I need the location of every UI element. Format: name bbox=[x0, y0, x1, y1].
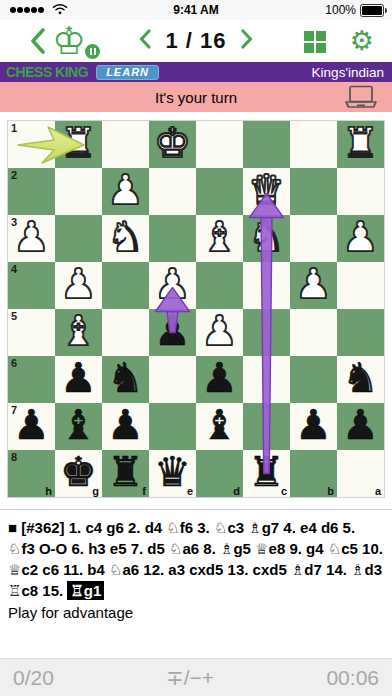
square-a1[interactable]: ♜ bbox=[337, 121, 384, 168]
square-h3[interactable]: 3♟ bbox=[8, 215, 55, 262]
piece-white-pawn[interactable]: ♟ bbox=[102, 167, 149, 214]
lessons-grid-button[interactable] bbox=[304, 31, 326, 53]
moves-block: ■ [#362] 1. c4 g6 2. d4 ♘f6 3. ♘c3 ♗g7 4… bbox=[8, 517, 384, 623]
square-a2[interactable] bbox=[337, 168, 384, 215]
square-b2[interactable] bbox=[290, 168, 337, 215]
square-h1[interactable]: 1 bbox=[8, 121, 55, 168]
rank-label-1: 1 bbox=[11, 122, 17, 134]
square-b3[interactable] bbox=[290, 215, 337, 262]
square-a5[interactable] bbox=[337, 309, 384, 356]
square-g7[interactable]: ♝ bbox=[55, 403, 102, 450]
square-f5[interactable] bbox=[102, 309, 149, 356]
square-g8[interactable]: g♚ bbox=[55, 450, 102, 497]
file-label-a: a bbox=[375, 485, 381, 497]
computer-laptop-icon[interactable] bbox=[342, 85, 380, 114]
square-h6[interactable]: 6 bbox=[8, 356, 55, 403]
clock: 9:41 AM bbox=[173, 0, 219, 20]
piece-black-pawn[interactable]: ♟ bbox=[290, 402, 337, 449]
move-list[interactable]: ■ [#362] 1. c4 g6 2. d4 ♘f6 3. ♘c3 ♗g7 4… bbox=[8, 517, 384, 601]
square-c4[interactable] bbox=[243, 262, 290, 309]
piece-white-pawn[interactable]: ♟ bbox=[337, 214, 384, 261]
bullet-marker: ■ bbox=[8, 519, 17, 536]
square-h4[interactable]: 4 bbox=[8, 262, 55, 309]
square-b8[interactable]: b bbox=[290, 450, 337, 497]
square-e5[interactable]: ♟ bbox=[149, 309, 196, 356]
move-line-text[interactable]: 1. c4 g6 2. d4 ♘f6 3. ♘c3 ♗g7 4. e4 d6 5… bbox=[8, 519, 383, 599]
square-d1[interactable] bbox=[196, 121, 243, 168]
square-d4[interactable] bbox=[196, 262, 243, 309]
piece-black-bishop[interactable]: ♝ bbox=[55, 402, 102, 449]
square-a6[interactable]: ♞ bbox=[337, 356, 384, 403]
rank-label-6: 6 bbox=[11, 357, 17, 369]
square-b5[interactable] bbox=[290, 309, 337, 356]
brand-bar: CHESS KING LEARN Kings'indian bbox=[0, 62, 392, 82]
square-g5[interactable]: ♝ bbox=[55, 309, 102, 356]
square-g3[interactable] bbox=[55, 215, 102, 262]
signal-dots-icon bbox=[10, 7, 45, 13]
square-b6[interactable] bbox=[290, 356, 337, 403]
settings-gear-button[interactable]: ⚙ bbox=[350, 25, 374, 57]
square-a4[interactable] bbox=[337, 262, 384, 309]
app-screen: 9:41 AM 100% ♔ 1 / 16 ⚙ CHESS KING LEA bbox=[0, 0, 392, 696]
file-label-e: e bbox=[187, 485, 193, 497]
exercise-id: [#362] bbox=[21, 519, 64, 536]
king-logo-icon: ♔ bbox=[52, 19, 86, 63]
rank-label-7: 7 bbox=[11, 404, 17, 416]
square-d3[interactable]: ♝ bbox=[196, 215, 243, 262]
square-g4[interactable]: ♟ bbox=[55, 262, 102, 309]
prev-page-button[interactable] bbox=[138, 29, 151, 53]
square-a7[interactable]: ♟ bbox=[337, 403, 384, 450]
file-label-f: f bbox=[142, 485, 146, 497]
rank-label-3: 3 bbox=[11, 216, 17, 228]
square-e6[interactable] bbox=[149, 356, 196, 403]
piece-black-knight[interactable]: ♞ bbox=[337, 355, 384, 402]
piece-white-knight[interactable]: ♞ bbox=[102, 214, 149, 261]
piece-white-pawn[interactable]: ♟ bbox=[196, 308, 243, 355]
board-area: 1♜♚♜2♟♛3♟♞♝♞♟4♟♟♟5♝♟♟6♟♞♟♞7♟♝♟♝♟♟8hg♚f♜e… bbox=[8, 121, 384, 497]
square-d6[interactable]: ♟ bbox=[196, 356, 243, 403]
piece-black-pawn[interactable]: ♟ bbox=[149, 308, 196, 355]
piece-black-pawn[interactable]: ♟ bbox=[337, 402, 384, 449]
evaluation-goal: ∓/−+ bbox=[166, 666, 214, 690]
rank-label-8: 8 bbox=[11, 451, 17, 463]
square-f3[interactable]: ♞ bbox=[102, 215, 149, 262]
square-a3[interactable]: ♟ bbox=[337, 215, 384, 262]
square-h8[interactable]: 8h bbox=[8, 450, 55, 497]
instruction-text: Play for advantage bbox=[8, 602, 384, 623]
board-separator bbox=[0, 509, 392, 510]
file-label-d: d bbox=[233, 485, 240, 497]
square-e3[interactable] bbox=[149, 215, 196, 262]
bottom-toolbar: 0/20 ∓/−+ 00:06 bbox=[0, 658, 392, 696]
square-f2[interactable]: ♟ bbox=[102, 168, 149, 215]
score-counter: 0/20 bbox=[13, 666, 54, 690]
next-page-button[interactable] bbox=[241, 29, 254, 53]
wifi-icon bbox=[52, 1, 68, 19]
rank-label-2: 2 bbox=[11, 169, 17, 181]
piece-white-pawn[interactable]: ♟ bbox=[149, 261, 196, 308]
file-label-b: b bbox=[327, 485, 334, 497]
piece-white-pawn[interactable]: ♟ bbox=[55, 261, 102, 308]
square-f8[interactable]: f♜ bbox=[102, 450, 149, 497]
battery-icon bbox=[360, 4, 384, 17]
pause-badge-icon bbox=[83, 42, 102, 61]
piece-black-pawn[interactable]: ♟ bbox=[102, 402, 149, 449]
square-h5[interactable]: 5 bbox=[8, 309, 55, 356]
square-f1[interactable] bbox=[102, 121, 149, 168]
piece-black-bishop[interactable]: ♝ bbox=[196, 402, 243, 449]
square-g1[interactable]: ♜ bbox=[55, 121, 102, 168]
turn-banner: It's your turn bbox=[0, 82, 392, 112]
square-e8[interactable]: e♛ bbox=[149, 450, 196, 497]
piece-white-rook[interactable]: ♜ bbox=[55, 120, 102, 167]
square-d8[interactable]: d bbox=[196, 450, 243, 497]
square-f6[interactable]: ♞ bbox=[102, 356, 149, 403]
brand-title: CHESS KING bbox=[6, 64, 88, 80]
status-bar: 9:41 AM 100% bbox=[0, 0, 392, 20]
piece-white-queen[interactable]: ♛ bbox=[243, 167, 290, 214]
square-e1[interactable]: ♚ bbox=[149, 121, 196, 168]
elapsed-time: 00:06 bbox=[326, 666, 379, 690]
piece-white-king[interactable]: ♚ bbox=[149, 120, 196, 167]
file-label-c: c bbox=[281, 485, 287, 497]
square-c6[interactable] bbox=[243, 356, 290, 403]
square-d2[interactable] bbox=[196, 168, 243, 215]
piece-white-pawn[interactable]: ♟ bbox=[290, 261, 337, 308]
square-c8[interactable]: c♜ bbox=[243, 450, 290, 497]
chess-board[interactable]: 1♜♚♜2♟♛3♟♞♝♞♟4♟♟♟5♝♟♟6♟♞♟♞7♟♝♟♝♟♟8hg♚f♜e… bbox=[8, 121, 384, 497]
battery-percent: 100% bbox=[325, 3, 356, 17]
square-c3[interactable]: ♞ bbox=[243, 215, 290, 262]
square-d7[interactable]: ♝ bbox=[196, 403, 243, 450]
page-counter: 1 / 16 bbox=[165, 28, 226, 54]
square-c5[interactable] bbox=[243, 309, 290, 356]
square-c1[interactable] bbox=[243, 121, 290, 168]
piece-white-bishop[interactable]: ♝ bbox=[55, 308, 102, 355]
square-c2[interactable]: ♛ bbox=[243, 168, 290, 215]
piece-black-pawn[interactable]: ♟ bbox=[55, 355, 102, 402]
learn-badge: LEARN bbox=[96, 65, 159, 80]
nav-bar: ♔ 1 / 16 ⚙ bbox=[0, 20, 392, 62]
square-h2[interactable]: 2 bbox=[8, 168, 55, 215]
square-b7[interactable]: ♟ bbox=[290, 403, 337, 450]
rank-label-4: 4 bbox=[11, 263, 17, 275]
piece-white-knight[interactable]: ♞ bbox=[243, 214, 290, 261]
file-label-h: h bbox=[45, 485, 52, 497]
square-e2[interactable] bbox=[149, 168, 196, 215]
square-h7[interactable]: 7♟ bbox=[8, 403, 55, 450]
signal-strength bbox=[10, 0, 68, 20]
square-c7[interactable] bbox=[243, 403, 290, 450]
piece-black-pawn[interactable]: ♟ bbox=[196, 355, 243, 402]
square-b4[interactable]: ♟ bbox=[290, 262, 337, 309]
square-a8[interactable]: a bbox=[337, 450, 384, 497]
square-f7[interactable]: ♟ bbox=[102, 403, 149, 450]
square-f4[interactable] bbox=[102, 262, 149, 309]
square-e7[interactable] bbox=[149, 403, 196, 450]
piece-white-rook[interactable]: ♜ bbox=[337, 120, 384, 167]
square-d5[interactable]: ♟ bbox=[196, 309, 243, 356]
square-g2[interactable] bbox=[55, 168, 102, 215]
piece-black-knight[interactable]: ♞ bbox=[102, 355, 149, 402]
back-button[interactable] bbox=[30, 28, 46, 58]
course-title: Kings'indian bbox=[312, 65, 384, 80]
square-g6[interactable]: ♟ bbox=[55, 356, 102, 403]
piece-white-bishop[interactable]: ♝ bbox=[196, 214, 243, 261]
chess-king-logo[interactable]: ♔ bbox=[52, 18, 100, 64]
current-move[interactable]: ♖g1 bbox=[67, 581, 104, 600]
square-b1[interactable] bbox=[290, 121, 337, 168]
rank-label-5: 5 bbox=[11, 310, 17, 322]
square-e4[interactable]: ♟ bbox=[149, 262, 196, 309]
turn-banner-text: It's your turn bbox=[155, 89, 237, 106]
file-label-g: g bbox=[92, 485, 99, 497]
